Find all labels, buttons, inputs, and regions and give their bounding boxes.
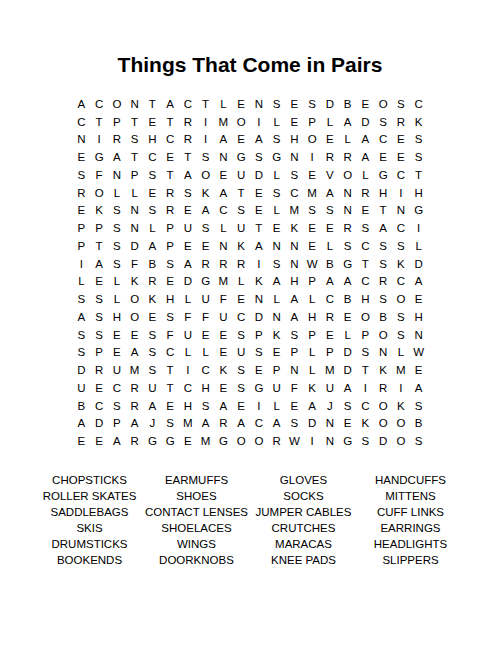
grid-cell-r10c6: S bbox=[161, 255, 179, 273]
grid-cell-r12c10: E bbox=[232, 290, 250, 308]
grid-cell-r13c3: H bbox=[108, 308, 126, 326]
grid-cell-r13c4: O bbox=[126, 308, 144, 326]
grid-cell-r11c8: G bbox=[197, 273, 215, 291]
grid-cell-r4c15: R bbox=[321, 148, 339, 166]
grid-cell-r4c16: R bbox=[339, 148, 357, 166]
grid-cell-r19c9: R bbox=[215, 415, 233, 433]
grid-cell-r18c4: R bbox=[126, 397, 144, 415]
grid-cell-r2c19: R bbox=[392, 113, 410, 131]
grid-cell-r19c16: E bbox=[339, 415, 357, 433]
word-list-item: EARRINGS bbox=[357, 520, 464, 536]
grid-cell-r1c9: L bbox=[215, 95, 233, 113]
grid-cell-r8c14: E bbox=[303, 219, 321, 237]
word-list-item: SLIPPERS bbox=[357, 552, 464, 568]
grid-cell-r20c17: S bbox=[357, 432, 375, 450]
grid-cell-r13c18: B bbox=[374, 308, 392, 326]
grid-cell-r8c9: L bbox=[215, 219, 233, 237]
grid-cell-r18c9: A bbox=[215, 397, 233, 415]
grid-cell-r6c4: L bbox=[126, 184, 144, 202]
grid-cell-r11c12: A bbox=[268, 273, 286, 291]
grid-cell-r3c9: A bbox=[215, 131, 233, 149]
grid-cell-r5c16: O bbox=[339, 166, 357, 184]
grid-cell-r1c19: S bbox=[392, 95, 410, 113]
grid-cell-r18c6: E bbox=[161, 397, 179, 415]
grid-cell-r13c1: A bbox=[73, 308, 91, 326]
grid-cell-r9c16: S bbox=[339, 237, 357, 255]
grid-cell-r11c5: R bbox=[144, 273, 162, 291]
grid-cell-r8c2: P bbox=[90, 219, 108, 237]
grid-cell-r6c5: E bbox=[144, 184, 162, 202]
grid-cell-r10c2: A bbox=[90, 255, 108, 273]
grid-cell-r11c14: P bbox=[303, 273, 321, 291]
grid-cell-r2c16: A bbox=[339, 113, 357, 131]
grid-cell-r2c20: K bbox=[410, 113, 428, 131]
grid-cell-r1c20: C bbox=[410, 95, 428, 113]
grid-cell-r3c10: E bbox=[232, 131, 250, 149]
grid-cell-r10c20: D bbox=[410, 255, 428, 273]
grid-cell-r8c5: L bbox=[144, 219, 162, 237]
grid-cell-r16c20: E bbox=[410, 361, 428, 379]
grid-cell-r6c11: E bbox=[250, 184, 268, 202]
grid-cell-r19c11: C bbox=[250, 415, 268, 433]
grid-cell-r20c1: E bbox=[73, 432, 91, 450]
grid-cell-r10c3: S bbox=[108, 255, 126, 273]
grid-cell-r1c12: S bbox=[268, 95, 286, 113]
grid-cell-r3c13: H bbox=[286, 131, 304, 149]
grid-cell-r18c10: E bbox=[232, 397, 250, 415]
grid-cell-r18c1: B bbox=[73, 397, 91, 415]
word-list-item: KNEE PADS bbox=[250, 552, 357, 568]
grid-cell-r14c8: E bbox=[197, 326, 215, 344]
grid-cell-r18c14: A bbox=[303, 397, 321, 415]
grid-cell-r7c5: S bbox=[144, 202, 162, 220]
grid-cell-r11c7: D bbox=[179, 273, 197, 291]
grid-cell-r3c8: I bbox=[197, 131, 215, 149]
grid-cell-r7c19: N bbox=[392, 202, 410, 220]
grid-cell-r1c11: N bbox=[250, 95, 268, 113]
word-list-item: SHOELACES bbox=[143, 520, 250, 536]
grid-cell-r14c16: L bbox=[339, 326, 357, 344]
grid-cell-r15c11: S bbox=[250, 344, 268, 362]
grid-cell-r7c15: S bbox=[321, 202, 339, 220]
grid-cell-r1c2: C bbox=[90, 95, 108, 113]
grid-cell-r14c13: S bbox=[286, 326, 304, 344]
grid-cell-r9c13: N bbox=[286, 237, 304, 255]
grid-cell-r9c7: E bbox=[179, 237, 197, 255]
grid-cell-r3c16: L bbox=[339, 131, 357, 149]
grid-cell-r4c3: A bbox=[108, 148, 126, 166]
grid-cell-r7c10: S bbox=[232, 202, 250, 220]
word-list-item: CHOPSTICKS bbox=[36, 472, 143, 488]
grid-cell-r17c13: F bbox=[286, 379, 304, 397]
grid-cell-r4c8: S bbox=[197, 148, 215, 166]
grid-cell-r11c2: E bbox=[90, 273, 108, 291]
grid-cell-r19c3: P bbox=[108, 415, 126, 433]
word-list-item: HANDCUFFS bbox=[357, 472, 464, 488]
grid-cell-r15c20: W bbox=[410, 344, 428, 362]
grid-cell-r12c4: O bbox=[126, 290, 144, 308]
grid-cell-r12c17: H bbox=[357, 290, 375, 308]
grid-cell-r12c15: C bbox=[321, 290, 339, 308]
grid-cell-r16c19: M bbox=[392, 361, 410, 379]
grid-cell-r5c17: L bbox=[357, 166, 375, 184]
grid-cell-r19c20: B bbox=[410, 415, 428, 433]
grid-cell-r2c13: E bbox=[286, 113, 304, 131]
grid-cell-r3c17: A bbox=[357, 131, 375, 149]
grid-cell-r5c1: S bbox=[73, 166, 91, 184]
grid-cell-r8c3: S bbox=[108, 219, 126, 237]
grid-cell-r20c13: W bbox=[286, 432, 304, 450]
grid-cell-r12c5: K bbox=[144, 290, 162, 308]
grid-cell-r20c15: N bbox=[321, 432, 339, 450]
grid-cell-r12c2: S bbox=[90, 290, 108, 308]
word-list: CHOPSTICKSEARMUFFSGLOVESHANDCUFFSROLLER … bbox=[36, 472, 464, 568]
grid-cell-r14c19: S bbox=[392, 326, 410, 344]
grid-cell-r2c14: P bbox=[303, 113, 321, 131]
grid-cell-r10c15: B bbox=[321, 255, 339, 273]
grid-cell-r1c3: O bbox=[108, 95, 126, 113]
grid-cell-r15c17: S bbox=[357, 344, 375, 362]
grid-cell-r4c5: C bbox=[144, 148, 162, 166]
grid-cell-r7c14: S bbox=[303, 202, 321, 220]
grid-cell-r8c4: N bbox=[126, 219, 144, 237]
grid-cell-r9c3: S bbox=[108, 237, 126, 255]
grid-cell-r12c8: U bbox=[197, 290, 215, 308]
grid-cell-r16c7: I bbox=[179, 361, 197, 379]
grid-cell-r18c13: E bbox=[286, 397, 304, 415]
grid-cell-r6c13: C bbox=[286, 184, 304, 202]
grid-cell-r18c8: S bbox=[197, 397, 215, 415]
grid-cell-r16c10: S bbox=[232, 361, 250, 379]
grid-cell-r5c15: V bbox=[321, 166, 339, 184]
grid-cell-r14c6: F bbox=[161, 326, 179, 344]
grid-cell-r15c3: E bbox=[108, 344, 126, 362]
grid-cell-r16c14: L bbox=[303, 361, 321, 379]
grid-cell-r18c15: J bbox=[321, 397, 339, 415]
grid-cell-r10c19: K bbox=[392, 255, 410, 273]
grid-cell-r16c4: M bbox=[126, 361, 144, 379]
grid-cell-r6c8: K bbox=[197, 184, 215, 202]
grid-cell-r10c11: I bbox=[250, 255, 268, 273]
grid-cell-r10c5: B bbox=[144, 255, 162, 273]
grid-cell-r13c9: U bbox=[215, 308, 233, 326]
grid-cell-r16c2: R bbox=[90, 361, 108, 379]
grid-cell-r19c19: O bbox=[392, 415, 410, 433]
grid-cell-r9c5: A bbox=[144, 237, 162, 255]
grid-cell-r1c18: O bbox=[374, 95, 392, 113]
grid-cell-r7c12: L bbox=[268, 202, 286, 220]
grid-cell-r3c1: N bbox=[73, 131, 91, 149]
grid-cell-r1c4: N bbox=[126, 95, 144, 113]
grid-cell-r4c12: G bbox=[268, 148, 286, 166]
grid-cell-r3c4: S bbox=[126, 131, 144, 149]
grid-cell-r6c15: A bbox=[321, 184, 339, 202]
grid-cell-r15c1: S bbox=[73, 344, 91, 362]
grid-cell-r19c5: J bbox=[144, 415, 162, 433]
grid-cell-r5c8: O bbox=[197, 166, 215, 184]
grid-cell-r1c14: S bbox=[303, 95, 321, 113]
grid-cell-r20c16: G bbox=[339, 432, 357, 450]
grid-cell-r8c15: E bbox=[321, 219, 339, 237]
grid-cell-r4c11: S bbox=[250, 148, 268, 166]
grid-cell-r6c1: R bbox=[73, 184, 91, 202]
grid-cell-r20c18: D bbox=[374, 432, 392, 450]
grid-cell-r17c5: U bbox=[144, 379, 162, 397]
grid-cell-r7c1: E bbox=[73, 202, 91, 220]
grid-cell-r14c17: P bbox=[357, 326, 375, 344]
grid-cell-r7c18: T bbox=[374, 202, 392, 220]
word-list-item: CRUTCHES bbox=[250, 520, 357, 536]
word-list-item: MITTENS bbox=[357, 488, 464, 504]
grid-cell-r19c15: N bbox=[321, 415, 339, 433]
grid-cell-r6c19: I bbox=[392, 184, 410, 202]
grid-cell-r16c15: M bbox=[321, 361, 339, 379]
grid-cell-r10c12: S bbox=[268, 255, 286, 273]
grid-cell-r12c9: F bbox=[215, 290, 233, 308]
grid-cell-r12c3: L bbox=[108, 290, 126, 308]
grid-cell-r13c11: D bbox=[250, 308, 268, 326]
grid-cell-r15c16: D bbox=[339, 344, 357, 362]
grid-cell-r14c2: S bbox=[90, 326, 108, 344]
grid-cell-r13c2: S bbox=[90, 308, 108, 326]
grid-cell-r9c20: L bbox=[410, 237, 428, 255]
grid-cell-r9c15: L bbox=[321, 237, 339, 255]
grid-cell-r2c15: L bbox=[321, 113, 339, 131]
grid-cell-r5c7: A bbox=[179, 166, 197, 184]
grid-cell-r9c1: P bbox=[73, 237, 91, 255]
grid-cell-r7c6: R bbox=[161, 202, 179, 220]
grid-cell-r20c11: O bbox=[250, 432, 268, 450]
grid-cell-r10c1: I bbox=[73, 255, 91, 273]
grid-cell-r20c8: M bbox=[197, 432, 215, 450]
grid-cell-r14c12: K bbox=[268, 326, 286, 344]
grid-cell-r13c17: O bbox=[357, 308, 375, 326]
grid-cell-r13c6: S bbox=[161, 308, 179, 326]
grid-cell-r3c18: C bbox=[374, 131, 392, 149]
grid-cell-r19c12: A bbox=[268, 415, 286, 433]
grid-cell-r15c13: P bbox=[286, 344, 304, 362]
grid-cell-r17c1: U bbox=[73, 379, 91, 397]
grid-cell-r9c11: A bbox=[250, 237, 268, 255]
grid-cell-r12c13: A bbox=[286, 290, 304, 308]
grid-cell-r2c3: P bbox=[108, 113, 126, 131]
grid-cell-r2c7: R bbox=[179, 113, 197, 131]
grid-cell-r1c8: T bbox=[197, 95, 215, 113]
grid-cell-r8c7: U bbox=[179, 219, 197, 237]
grid-cell-r12c1: S bbox=[73, 290, 91, 308]
grid-cell-r3c11: A bbox=[250, 131, 268, 149]
grid-cell-r13c13: A bbox=[286, 308, 304, 326]
grid-cell-r18c12: L bbox=[268, 397, 286, 415]
grid-cell-r8c12: E bbox=[268, 219, 286, 237]
grid-cell-r6c7: S bbox=[179, 184, 197, 202]
grid-cell-r1c1: A bbox=[73, 95, 91, 113]
grid-cell-r17c11: G bbox=[250, 379, 268, 397]
grid-cell-r2c4: T bbox=[126, 113, 144, 131]
grid-cell-r12c12: L bbox=[268, 290, 286, 308]
grid-cell-r14c3: E bbox=[108, 326, 126, 344]
grid-cell-r15c12: E bbox=[268, 344, 286, 362]
grid-cell-r14c7: U bbox=[179, 326, 197, 344]
grid-cell-r5c5: S bbox=[144, 166, 162, 184]
grid-cell-r1c6: A bbox=[161, 95, 179, 113]
grid-cell-r15c9: E bbox=[215, 344, 233, 362]
grid-cell-r11c19: C bbox=[392, 273, 410, 291]
grid-cell-r9c12: N bbox=[268, 237, 286, 255]
grid-cell-r15c18: N bbox=[374, 344, 392, 362]
grid-cell-r19c8: A bbox=[197, 415, 215, 433]
grid-cell-r11c13: H bbox=[286, 273, 304, 291]
grid-cell-r19c1: A bbox=[73, 415, 91, 433]
grid-cell-r10c7: A bbox=[179, 255, 197, 273]
grid-cell-r7c20: G bbox=[410, 202, 428, 220]
grid-cell-r6c18: H bbox=[374, 184, 392, 202]
grid-cell-r20c14: I bbox=[303, 432, 321, 450]
grid-cell-r19c18: O bbox=[374, 415, 392, 433]
grid-cell-r16c11: E bbox=[250, 361, 268, 379]
grid-cell-r9c6: P bbox=[161, 237, 179, 255]
grid-cell-r2c11: I bbox=[250, 113, 268, 131]
grid-cell-r17c7: C bbox=[179, 379, 197, 397]
grid-cell-r20c10: O bbox=[232, 432, 250, 450]
grid-cell-r12c18: S bbox=[374, 290, 392, 308]
grid-cell-r19c13: S bbox=[286, 415, 304, 433]
grid-cell-r16c1: D bbox=[73, 361, 91, 379]
grid-cell-r12c14: L bbox=[303, 290, 321, 308]
grid-cell-r6c20: H bbox=[410, 184, 428, 202]
grid-cell-r2c9: M bbox=[215, 113, 233, 131]
grid-cell-r13c14: H bbox=[303, 308, 321, 326]
grid-cell-r18c16: S bbox=[339, 397, 357, 415]
grid-cell-r12c19: O bbox=[392, 290, 410, 308]
grid-cell-r1c10: E bbox=[232, 95, 250, 113]
grid-cell-r3c12: S bbox=[268, 131, 286, 149]
grid-cell-r16c3: U bbox=[108, 361, 126, 379]
grid-cell-r11c4: K bbox=[126, 273, 144, 291]
grid-cell-r10c13: N bbox=[286, 255, 304, 273]
grid-cell-r15c6: C bbox=[161, 344, 179, 362]
grid-cell-r4c9: N bbox=[215, 148, 233, 166]
grid-cell-r1c13: E bbox=[286, 95, 304, 113]
grid-cell-r18c18: O bbox=[374, 397, 392, 415]
grid-cell-r10c17: T bbox=[357, 255, 375, 273]
grid-cell-r5c13: S bbox=[286, 166, 304, 184]
grid-cell-r1c17: E bbox=[357, 95, 375, 113]
grid-cell-r10c9: R bbox=[215, 255, 233, 273]
grid-cell-r11c16: A bbox=[339, 273, 357, 291]
grid-cell-r13c5: E bbox=[144, 308, 162, 326]
word-list-item: SKIS bbox=[36, 520, 143, 536]
grid-cell-r12c6: H bbox=[161, 290, 179, 308]
grid-cell-r9c10: K bbox=[232, 237, 250, 255]
grid-cell-r8c10: U bbox=[232, 219, 250, 237]
grid-cell-r11c15: A bbox=[321, 273, 339, 291]
grid-cell-r20c7: E bbox=[179, 432, 197, 450]
grid-cell-r17c2: E bbox=[90, 379, 108, 397]
grid-cell-r13c15: R bbox=[321, 308, 339, 326]
grid-cell-r15c14: L bbox=[303, 344, 321, 362]
grid-cell-r13c20: H bbox=[410, 308, 428, 326]
grid-cell-r1c7: C bbox=[179, 95, 197, 113]
grid-cell-r15c10: U bbox=[232, 344, 250, 362]
grid-cell-r3c15: E bbox=[321, 131, 339, 149]
grid-cell-r7c4: N bbox=[126, 202, 144, 220]
grid-cell-r9c4: D bbox=[126, 237, 144, 255]
grid-cell-r20c9: G bbox=[215, 432, 233, 450]
grid-cell-r15c8: L bbox=[197, 344, 215, 362]
grid-cell-r17c16: A bbox=[339, 379, 357, 397]
grid-cell-r12c20: E bbox=[410, 290, 428, 308]
grid-cell-r6c16: N bbox=[339, 184, 357, 202]
grid-cell-r8c6: P bbox=[161, 219, 179, 237]
grid-cell-r5c3: N bbox=[108, 166, 126, 184]
word-list-item: DOORKNOBS bbox=[143, 552, 250, 568]
grid-cell-r13c12: N bbox=[268, 308, 286, 326]
grid-cell-r19c7: M bbox=[179, 415, 197, 433]
grid-cell-r6c10: T bbox=[232, 184, 250, 202]
word-list-item: ROLLER SKATES bbox=[36, 488, 143, 504]
grid-cell-r14c14: P bbox=[303, 326, 321, 344]
grid-cell-r19c4: A bbox=[126, 415, 144, 433]
grid-cell-r6c17: R bbox=[357, 184, 375, 202]
grid-cell-r2c12: L bbox=[268, 113, 286, 131]
grid-cell-r17c18: R bbox=[374, 379, 392, 397]
grid-cell-r7c13: M bbox=[286, 202, 304, 220]
grid-cell-r17c3: C bbox=[108, 379, 126, 397]
word-list-item: CUFF LINKS bbox=[357, 504, 464, 520]
grid-cell-r7c8: A bbox=[197, 202, 215, 220]
grid-cell-r9c18: S bbox=[374, 237, 392, 255]
word-list-item: GLOVES bbox=[250, 472, 357, 488]
word-list-item: BOOKENDS bbox=[36, 552, 143, 568]
grid-cell-r4c6: E bbox=[161, 148, 179, 166]
grid-cell-r4c20: S bbox=[410, 148, 428, 166]
grid-cell-r17c17: I bbox=[357, 379, 375, 397]
grid-cell-r9c9: N bbox=[215, 237, 233, 255]
grid-cell-r16c18: K bbox=[374, 361, 392, 379]
grid-cell-r8c11: T bbox=[250, 219, 268, 237]
grid-cell-r2c6: T bbox=[161, 113, 179, 131]
grid-cell-r3c6: C bbox=[161, 131, 179, 149]
grid-cell-r3c3: R bbox=[108, 131, 126, 149]
grid-cell-r14c18: O bbox=[374, 326, 392, 344]
grid-cell-r5c11: D bbox=[250, 166, 268, 184]
grid-cell-r5c4: P bbox=[126, 166, 144, 184]
word-search-grid: ACONTACTLENSESDBEOSCCTPTETRIMOILEPLADSRK… bbox=[73, 95, 428, 450]
grid-cell-r18c19: K bbox=[392, 397, 410, 415]
grid-cell-r16c8: C bbox=[197, 361, 215, 379]
grid-cell-r13c19: S bbox=[392, 308, 410, 326]
grid-cell-r5c2: F bbox=[90, 166, 108, 184]
word-list-item: SHOES bbox=[143, 488, 250, 504]
grid-cell-r8c19: C bbox=[392, 219, 410, 237]
grid-cell-r6c2: O bbox=[90, 184, 108, 202]
grid-cell-r14c4: E bbox=[126, 326, 144, 344]
grid-cell-r10c10: R bbox=[232, 255, 250, 273]
grid-cell-r15c19: L bbox=[392, 344, 410, 362]
grid-cell-r4c10: G bbox=[232, 148, 250, 166]
grid-cell-r10c18: S bbox=[374, 255, 392, 273]
word-list-item: SOCKS bbox=[250, 488, 357, 504]
grid-cell-r17c4: R bbox=[126, 379, 144, 397]
grid-cell-r9c8: E bbox=[197, 237, 215, 255]
grid-cell-r2c5: E bbox=[144, 113, 162, 131]
word-list-item: HEADLIGHTS bbox=[357, 536, 464, 552]
grid-cell-r2c18: S bbox=[374, 113, 392, 131]
grid-cell-r4c4: T bbox=[126, 148, 144, 166]
grid-cell-r5c6: T bbox=[161, 166, 179, 184]
grid-cell-r6c12: S bbox=[268, 184, 286, 202]
